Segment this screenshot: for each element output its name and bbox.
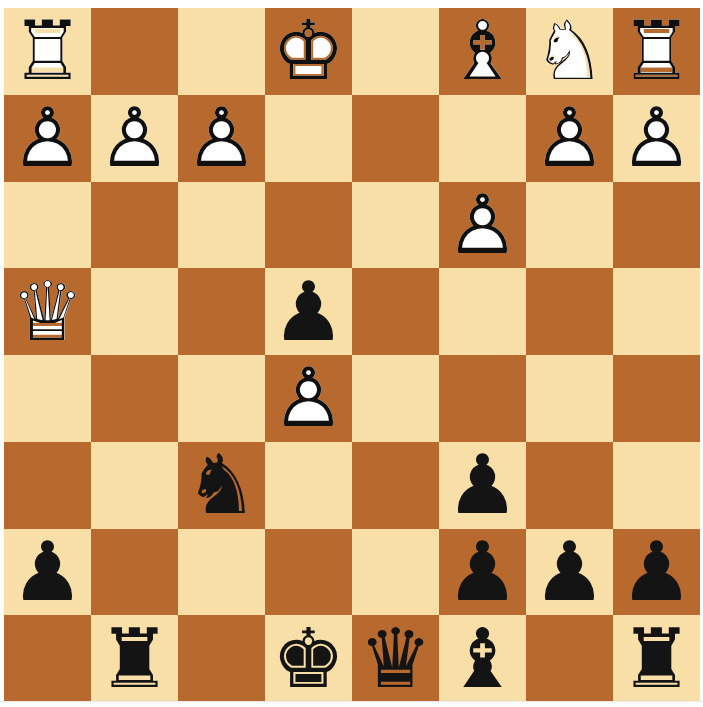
black-piece-fill: ♟ [265,268,352,355]
white-pawn-piece[interactable]: ♟♙ [4,95,91,182]
white-queen-piece[interactable]: ♛♕ [4,268,91,355]
black-piece-fill: ♜ [613,615,700,702]
square-a4[interactable] [613,268,700,355]
square-e8[interactable]: ♚ [265,615,352,702]
square-c1[interactable]: ♝♗ [439,8,526,95]
square-d3[interactable] [352,182,439,269]
black-pawn-piece[interactable]: ♟ [439,529,526,616]
square-c2[interactable] [439,95,526,182]
square-d2[interactable] [352,95,439,182]
square-h8[interactable] [4,615,91,702]
square-b7[interactable]: ♟ [526,529,613,616]
square-b1[interactable]: ♞♘ [526,8,613,95]
black-piece-fill: ♚ [265,615,352,702]
white-piece-outline: ♙ [526,95,613,182]
square-b4[interactable] [526,268,613,355]
square-a6[interactable] [613,442,700,529]
white-piece-outline: ♕ [4,268,91,355]
square-f5[interactable] [178,355,265,442]
white-piece-outline: ♔ [265,8,352,95]
square-h5[interactable] [4,355,91,442]
square-a8[interactable]: ♜ [613,615,700,702]
black-king-piece[interactable]: ♚ [265,615,352,702]
square-d7[interactable] [352,529,439,616]
white-bishop-piece[interactable]: ♝♗ [439,8,526,95]
square-b3[interactable] [526,182,613,269]
white-knight-piece[interactable]: ♞♘ [526,8,613,95]
square-g6[interactable] [91,442,178,529]
white-pawn-piece[interactable]: ♟♙ [91,95,178,182]
black-knight-piece[interactable]: ♞ [178,442,265,529]
white-piece-outline: ♗ [439,8,526,95]
square-e7[interactable] [265,529,352,616]
white-piece-outline: ♖ [613,8,700,95]
black-piece-fill: ♟ [439,529,526,616]
square-h4[interactable]: ♛♕ [4,268,91,355]
square-h6[interactable] [4,442,91,529]
white-pawn-piece[interactable]: ♟♙ [526,95,613,182]
white-piece-outline: ♙ [265,355,352,442]
white-pawn-piece[interactable]: ♟♙ [439,182,526,269]
white-pawn-piece[interactable]: ♟♙ [178,95,265,182]
black-piece-fill: ♛ [352,615,439,702]
square-c7[interactable]: ♟ [439,529,526,616]
square-g7[interactable] [91,529,178,616]
square-a2[interactable]: ♟♙ [613,95,700,182]
black-piece-fill: ♞ [178,442,265,529]
square-g1[interactable] [91,8,178,95]
square-h7[interactable]: ♟ [4,529,91,616]
square-b5[interactable] [526,355,613,442]
black-rook-piece[interactable]: ♜ [91,615,178,702]
square-e6[interactable] [265,442,352,529]
square-g2[interactable]: ♟♙ [91,95,178,182]
black-piece-fill: ♟ [526,529,613,616]
black-piece-fill: ♟ [4,529,91,616]
square-b6[interactable] [526,442,613,529]
square-c4[interactable] [439,268,526,355]
square-c5[interactable] [439,355,526,442]
square-a1[interactable]: ♜♖ [613,8,700,95]
square-e2[interactable] [265,95,352,182]
square-c6[interactable]: ♟ [439,442,526,529]
white-piece-outline: ♙ [178,95,265,182]
white-rook-piece[interactable]: ♜♖ [613,8,700,95]
black-pawn-piece[interactable]: ♟ [4,529,91,616]
black-pawn-piece[interactable]: ♟ [613,529,700,616]
square-g5[interactable] [91,355,178,442]
square-e5[interactable]: ♟♙ [265,355,352,442]
board-bottom-margin [0,701,703,707]
square-d8[interactable]: ♛ [352,615,439,702]
white-piece-outline: ♖ [4,8,91,95]
chess-board: ♜♖♚♔♝♗♞♘♜♖♟♙♟♙♟♙♟♙♟♙♟♙♛♕♟♟♙♞♟♟♟♟♟♜♚♛♝♜ [4,8,700,702]
black-piece-fill: ♟ [439,442,526,529]
square-h2[interactable]: ♟♙ [4,95,91,182]
square-d6[interactable] [352,442,439,529]
square-c3[interactable]: ♟♙ [439,182,526,269]
square-f1[interactable] [178,8,265,95]
white-rook-piece[interactable]: ♜♖ [4,8,91,95]
square-a3[interactable] [613,182,700,269]
square-g4[interactable] [91,268,178,355]
square-f2[interactable]: ♟♙ [178,95,265,182]
black-bishop-piece[interactable]: ♝ [439,615,526,702]
black-pawn-piece[interactable]: ♟ [439,442,526,529]
square-f7[interactable] [178,529,265,616]
square-e1[interactable]: ♚♔ [265,8,352,95]
square-f4[interactable] [178,268,265,355]
square-a5[interactable] [613,355,700,442]
white-pawn-piece[interactable]: ♟♙ [265,355,352,442]
white-piece-outline: ♙ [439,182,526,269]
square-c8[interactable]: ♝ [439,615,526,702]
white-piece-outline: ♘ [526,8,613,95]
square-f6[interactable]: ♞ [178,442,265,529]
square-f8[interactable] [178,615,265,702]
black-pawn-piece[interactable]: ♟ [526,529,613,616]
black-rook-piece[interactable]: ♜ [613,615,700,702]
square-b2[interactable]: ♟♙ [526,95,613,182]
square-a7[interactable]: ♟ [613,529,700,616]
square-h3[interactable] [4,182,91,269]
white-piece-outline: ♙ [613,95,700,182]
square-d4[interactable] [352,268,439,355]
black-piece-fill: ♝ [439,615,526,702]
square-b8[interactable] [526,615,613,702]
black-piece-fill: ♟ [613,529,700,616]
square-e3[interactable] [265,182,352,269]
white-piece-outline: ♙ [4,95,91,182]
square-g3[interactable] [91,182,178,269]
black-piece-fill: ♜ [91,615,178,702]
white-piece-outline: ♙ [91,95,178,182]
square-f3[interactable] [178,182,265,269]
white-king-piece[interactable]: ♚♔ [265,8,352,95]
white-pawn-piece[interactable]: ♟♙ [613,95,700,182]
chess-app-window: ♜♖♚♔♝♗♞♘♜♖♟♙♟♙♟♙♟♙♟♙♟♙♛♕♟♟♙♞♟♟♟♟♟♜♚♛♝♜ [0,0,703,707]
square-h1[interactable]: ♜♖ [4,8,91,95]
black-pawn-piece[interactable]: ♟ [265,268,352,355]
square-g8[interactable]: ♜ [91,615,178,702]
square-d5[interactable] [352,355,439,442]
square-d1[interactable] [352,8,439,95]
square-e4[interactable]: ♟ [265,268,352,355]
black-queen-piece[interactable]: ♛ [352,615,439,702]
